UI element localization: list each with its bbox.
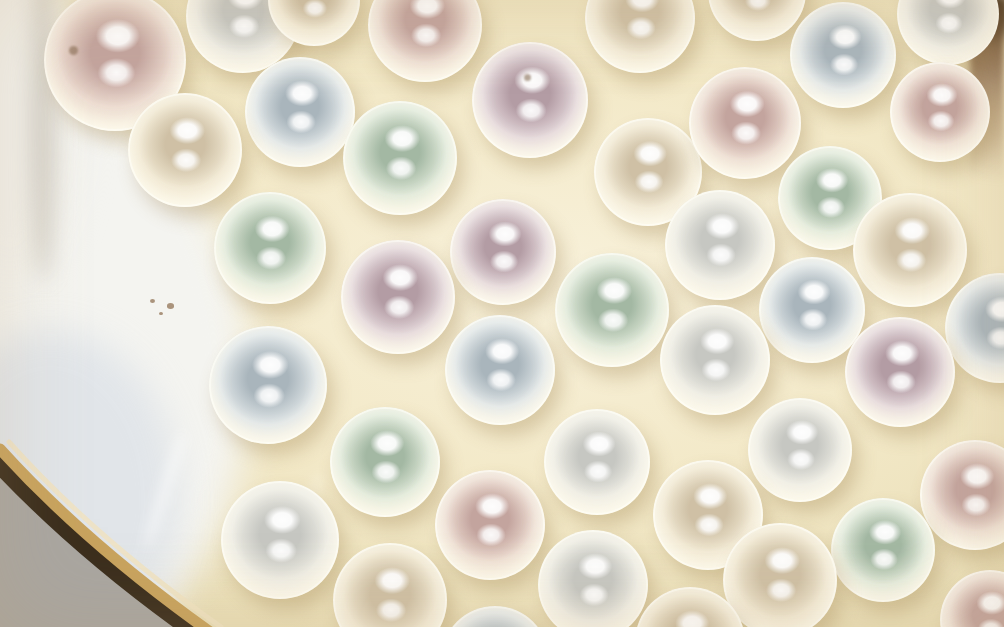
pearl-flaw-speck [524,74,531,81]
pearl [445,315,555,425]
pearl [853,193,967,307]
pearl-flaw-speck [69,46,78,55]
pearl [441,606,549,627]
pearl [660,305,770,415]
pearl [890,62,990,162]
pearl [665,190,775,300]
pearl [435,470,545,580]
pearl [544,409,650,515]
pearl-layer [0,0,1004,627]
pearl [214,192,326,304]
pearl [472,42,588,158]
pearl [723,523,837,627]
pearl [128,93,242,207]
pearl [831,498,935,602]
pearl [221,481,339,599]
pearl-photo [0,0,1004,627]
pearl [689,67,801,179]
debris-speck [150,299,155,303]
pearl [940,570,1004,627]
pearl [333,543,447,627]
pearl [209,326,327,444]
pearl [790,2,896,108]
pearl [245,57,355,167]
debris-speck [167,303,174,309]
pearl [585,0,695,73]
pearl [708,0,806,41]
pearl [748,398,852,502]
pearl [845,317,955,427]
pearl [330,407,440,517]
pearl [450,199,556,305]
pearl [341,240,455,354]
pearl [368,0,482,82]
pearl [555,253,669,367]
pearl [897,0,999,65]
pearl [538,530,648,627]
pearl [759,257,865,363]
pearl [343,101,457,215]
